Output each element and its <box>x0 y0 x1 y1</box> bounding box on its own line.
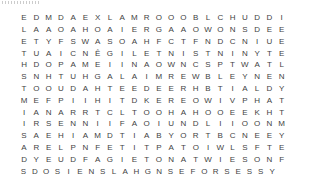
letter-cell[interactable]: O <box>177 12 189 24</box>
letter-cell[interactable]: L <box>275 60 287 72</box>
letter-cell[interactable]: A <box>42 48 54 60</box>
letter-cell[interactable]: O <box>251 154 263 166</box>
letter-cell[interactable]: O <box>153 107 165 119</box>
letter-cell[interactable]: I <box>153 119 165 131</box>
letter-cell[interactable]: O <box>190 24 202 36</box>
letter-cell[interactable]: Y <box>275 130 287 142</box>
letter-cell[interactable]: T <box>190 154 202 166</box>
letter-cell[interactable]: R <box>30 142 42 154</box>
letter-cell[interactable]: E <box>153 83 165 95</box>
letter-cell[interactable]: N <box>42 107 54 119</box>
letter-cell[interactable]: E <box>177 95 189 107</box>
letter-cell[interactable]: S <box>239 24 251 36</box>
letter-cell[interactable]: T <box>263 48 275 60</box>
letter-cell[interactable]: A <box>30 24 42 36</box>
letter-cell[interactable]: H <box>263 107 275 119</box>
letter-cell[interactable]: N <box>79 142 91 154</box>
letter-cell[interactable]: E <box>42 130 54 142</box>
letter-cell[interactable]: H <box>79 24 91 36</box>
letter-cell[interactable]: A <box>91 154 103 166</box>
letter-cell[interactable]: O <box>153 12 165 24</box>
letter-cell[interactable]: T <box>30 36 42 48</box>
letter-cell[interactable]: S <box>165 166 176 175</box>
letter-cell[interactable]: I <box>214 119 226 131</box>
letter-cell[interactable]: E <box>226 71 238 83</box>
letter-cell[interactable]: H <box>91 95 103 107</box>
letter-cell[interactable]: H <box>190 107 202 119</box>
letter-cell[interactable]: U <box>55 83 67 95</box>
letter-cell[interactable]: N <box>30 71 42 83</box>
letter-cell[interactable]: U <box>67 71 79 83</box>
letter-cell[interactable]: W <box>79 36 91 48</box>
letter-cell[interactable]: E <box>239 107 251 119</box>
letter-cell[interactable]: R <box>190 130 202 142</box>
letter-cell[interactable]: O <box>214 24 226 36</box>
letter-cell[interactable]: W <box>202 95 214 107</box>
letter-cell[interactable]: I <box>226 83 238 95</box>
letter-cell[interactable]: G <box>142 166 153 175</box>
letter-cell[interactable]: E <box>275 24 287 36</box>
letter-cell[interactable]: O <box>199 166 210 175</box>
letter-cell[interactable]: C <box>190 60 202 72</box>
letter-cell[interactable]: L <box>202 119 214 131</box>
letter-cell[interactable]: O <box>116 36 128 48</box>
letter-cell[interactable]: A <box>104 71 116 83</box>
letter-cell[interactable]: O <box>42 60 54 72</box>
letter-cell[interactable]: N <box>275 71 287 83</box>
letter-cell[interactable]: E <box>176 166 187 175</box>
letter-cell[interactable]: E <box>128 154 140 166</box>
letter-cell[interactable]: U <box>165 119 177 131</box>
letter-cell[interactable]: D <box>128 95 140 107</box>
letter-cell[interactable]: S <box>18 166 29 175</box>
letter-cell[interactable]: S <box>221 166 232 175</box>
letter-cell[interactable]: V <box>226 95 238 107</box>
letter-cell[interactable]: A <box>30 130 42 142</box>
letter-cell[interactable]: R <box>30 119 42 131</box>
letter-cell[interactable]: H <box>131 166 142 175</box>
letter-cell[interactable]: E <box>275 48 287 60</box>
letter-cell[interactable]: O <box>214 107 226 119</box>
letter-cell[interactable]: A <box>116 12 128 24</box>
letter-cell[interactable]: Y <box>165 130 177 142</box>
letter-cell[interactable]: T <box>226 60 238 72</box>
letter-cell[interactable]: E <box>251 130 263 142</box>
letter-cell[interactable]: S <box>67 36 79 48</box>
letter-cell[interactable]: I <box>91 119 103 131</box>
letter-cell[interactable]: B <box>202 71 214 83</box>
letter-cell[interactable]: T <box>141 142 153 154</box>
letter-cell[interactable]: H <box>165 107 177 119</box>
letter-cell[interactable]: O <box>202 107 214 119</box>
letter-cell[interactable]: W <box>165 60 177 72</box>
letter-cell[interactable]: A <box>67 24 79 36</box>
letter-cell[interactable]: A <box>165 142 177 154</box>
letter-cell[interactable]: I <box>275 12 287 24</box>
letter-cell[interactable]: O <box>30 83 42 95</box>
letter-cell[interactable]: Y <box>30 154 42 166</box>
letter-cell[interactable]: I <box>128 142 140 154</box>
letter-cell[interactable]: I <box>18 119 30 131</box>
letter-cell[interactable]: O <box>91 24 103 36</box>
letter-cell[interactable]: N <box>165 48 177 60</box>
letter-cell[interactable]: M <box>18 95 30 107</box>
letter-cell[interactable]: N <box>67 119 79 131</box>
letter-cell[interactable]: I <box>251 36 263 48</box>
letter-cell[interactable]: T <box>141 154 153 166</box>
letter-cell[interactable]: L <box>108 166 119 175</box>
letter-cell[interactable]: N <box>214 48 226 60</box>
letter-cell[interactable]: L <box>214 71 226 83</box>
letter-cell[interactable]: C <box>214 12 226 24</box>
letter-cell[interactable]: U <box>55 154 67 166</box>
letter-cell[interactable]: E <box>141 48 153 60</box>
letter-cell[interactable]: D <box>251 12 263 24</box>
letter-cell[interactable]: H <box>190 83 202 95</box>
letter-cell[interactable]: T <box>18 83 30 95</box>
letter-cell[interactable]: A <box>120 166 131 175</box>
letter-cell[interactable]: K <box>141 95 153 107</box>
letter-cell[interactable]: E <box>104 142 116 154</box>
letter-cell[interactable]: H <box>18 60 30 72</box>
letter-cell[interactable]: E <box>263 71 275 83</box>
letter-cell[interactable]: P <box>153 142 165 154</box>
letter-cell[interactable]: Y <box>266 166 277 175</box>
letter-cell[interactable]: D <box>18 154 30 166</box>
letter-cell[interactable]: U <box>239 12 251 24</box>
letter-cell[interactable]: D <box>30 60 42 72</box>
letter-cell[interactable]: S <box>18 71 30 83</box>
letter-cell[interactable]: A <box>177 154 189 166</box>
letter-cell[interactable]: B <box>202 83 214 95</box>
letter-cell[interactable]: O <box>55 24 67 36</box>
letter-cell[interactable]: H <box>79 71 91 83</box>
letter-cell[interactable]: E <box>18 36 30 48</box>
letter-cell[interactable]: S <box>244 166 255 175</box>
letter-cell[interactable]: E <box>42 142 54 154</box>
letter-cell[interactable]: R <box>141 24 153 36</box>
letter-cell[interactable]: F <box>153 36 165 48</box>
letter-cell[interactable]: D <box>67 154 79 166</box>
letter-cell[interactable]: D <box>251 24 263 36</box>
letter-cell[interactable]: N <box>153 166 164 175</box>
letter-cell[interactable]: O <box>239 119 251 131</box>
letter-cell[interactable]: I <box>116 48 128 60</box>
letter-cell[interactable]: G <box>153 24 165 36</box>
letter-cell[interactable]: M <box>42 12 54 24</box>
letter-cell[interactable]: N <box>239 48 251 60</box>
letter-cell[interactable]: I <box>226 48 238 60</box>
letter-cell[interactable]: G <box>91 71 103 83</box>
letter-cell[interactable]: T <box>55 71 67 83</box>
letter-cell[interactable]: D <box>67 83 79 95</box>
letter-cell[interactable]: T <box>214 83 226 95</box>
letter-cell[interactable]: Ê <box>91 48 103 60</box>
letter-cell[interactable]: S <box>52 166 63 175</box>
letter-cell[interactable]: G <box>104 154 116 166</box>
letter-cell[interactable]: I <box>214 154 226 166</box>
letter-cell[interactable]: D <box>214 36 226 48</box>
letter-cell[interactable]: L <box>251 83 263 95</box>
letter-cell[interactable]: B <box>190 12 202 24</box>
letter-cell[interactable]: B <box>153 130 165 142</box>
letter-cell[interactable]: D <box>263 83 275 95</box>
letter-cell[interactable]: A <box>141 60 153 72</box>
letter-cell[interactable]: D <box>55 12 67 24</box>
letter-cell[interactable]: A <box>55 107 67 119</box>
letter-cell[interactable]: I <box>79 95 91 107</box>
letter-cell[interactable]: E <box>153 95 165 107</box>
letter-cell[interactable]: N <box>226 24 238 36</box>
letter-cell[interactable]: E <box>18 12 30 24</box>
letter-cell[interactable]: I <box>177 48 189 60</box>
letter-cell[interactable]: A <box>67 12 79 24</box>
letter-cell[interactable]: E <box>128 24 140 36</box>
letter-cell[interactable]: T <box>116 130 128 142</box>
letter-cell[interactable]: A <box>177 107 189 119</box>
letter-cell[interactable]: N <box>177 60 189 72</box>
letter-cell[interactable]: C <box>104 107 116 119</box>
letter-cell[interactable]: W <box>202 154 214 166</box>
letter-cell[interactable]: F <box>55 36 67 48</box>
letter-cell[interactable]: S <box>255 166 266 175</box>
letter-cell[interactable]: F <box>79 154 91 166</box>
letter-cell[interactable]: E <box>226 107 238 119</box>
letter-cell[interactable]: I <box>104 60 116 72</box>
letter-cell[interactable]: F <box>116 119 128 131</box>
letter-cell[interactable]: N <box>128 60 140 72</box>
letter-cell[interactable]: E <box>55 119 67 131</box>
letter-cell[interactable]: I <box>55 48 67 60</box>
letter-cell[interactable]: L <box>116 71 128 83</box>
letter-cell[interactable]: O <box>190 95 202 107</box>
letter-cell[interactable]: U <box>30 48 42 60</box>
letter-cell[interactable]: F <box>275 154 287 166</box>
letter-cell[interactable]: N <box>202 36 214 48</box>
letter-cell[interactable]: E <box>79 12 91 24</box>
letter-cell[interactable]: F <box>190 36 202 48</box>
letter-cell[interactable]: A <box>79 130 91 142</box>
letter-cell[interactable]: O <box>165 12 177 24</box>
letter-cell[interactable]: F <box>251 142 263 154</box>
letter-cell[interactable]: C <box>165 36 177 48</box>
letter-cell[interactable]: W <box>239 60 251 72</box>
letter-cell[interactable]: E <box>177 71 189 83</box>
letter-cell[interactable]: D <box>29 166 40 175</box>
letter-cell[interactable]: S <box>18 130 30 142</box>
letter-cell[interactable]: A <box>67 60 79 72</box>
letter-cell[interactable]: O <box>177 130 189 142</box>
letter-cell[interactable]: F <box>187 166 198 175</box>
letter-cell[interactable]: H <box>141 36 153 48</box>
letter-cell[interactable]: A <box>30 107 42 119</box>
letter-cell[interactable]: C <box>67 48 79 60</box>
letter-cell[interactable]: O <box>42 83 54 95</box>
letter-cell[interactable]: A <box>165 24 177 36</box>
letter-cell[interactable]: I <box>141 71 153 83</box>
letter-cell[interactable]: T <box>153 48 165 60</box>
letter-cell[interactable]: Y <box>239 71 251 83</box>
letter-cell[interactable]: A <box>91 36 103 48</box>
letter-cell[interactable]: D <box>104 130 116 142</box>
letter-cell[interactable]: A <box>177 24 189 36</box>
letter-cell[interactable]: M <box>128 12 140 24</box>
letter-cell[interactable]: L <box>202 12 214 24</box>
letter-cell[interactable]: I <box>226 119 238 131</box>
letter-cell[interactable]: A <box>239 83 251 95</box>
letter-cell[interactable]: S <box>239 142 251 154</box>
letter-cell[interactable]: N <box>239 130 251 142</box>
letter-cell[interactable]: M <box>275 119 287 131</box>
letter-cell[interactable]: R <box>210 166 221 175</box>
letter-cell[interactable]: E <box>233 166 244 175</box>
letter-cell[interactable]: T <box>177 142 189 154</box>
letter-cell[interactable]: O <box>141 107 153 119</box>
letter-cell[interactable]: R <box>165 95 177 107</box>
letter-cell[interactable]: R <box>67 107 79 119</box>
letter-cell[interactable]: C <box>226 36 238 48</box>
letter-cell[interactable]: T <box>128 107 140 119</box>
letter-cell[interactable]: R <box>141 12 153 24</box>
letter-cell[interactable]: O <box>190 142 202 154</box>
letter-cell[interactable]: A <box>18 142 30 154</box>
letter-cell[interactable]: W <box>214 142 226 154</box>
letter-cell[interactable]: S <box>190 48 202 60</box>
letter-cell[interactable]: T <box>275 95 287 107</box>
letter-cell[interactable]: T <box>116 95 128 107</box>
letter-cell[interactable]: I <box>104 119 116 131</box>
letter-cell[interactable]: Y <box>275 83 287 95</box>
letter-cell[interactable]: N <box>263 119 275 131</box>
letter-cell[interactable]: C <box>226 130 238 142</box>
letter-cell[interactable]: T <box>116 142 128 154</box>
letter-cell[interactable]: S <box>104 36 116 48</box>
letter-cell[interactable]: S <box>97 166 108 175</box>
letter-cell[interactable]: P <box>67 142 79 154</box>
letter-cell[interactable]: L <box>55 142 67 154</box>
letter-cell[interactable]: Y <box>251 48 263 60</box>
letter-cell[interactable]: E <box>165 83 177 95</box>
letter-cell[interactable]: I <box>116 154 128 166</box>
letter-cell[interactable]: T <box>263 142 275 154</box>
letter-cell[interactable]: L <box>104 12 116 24</box>
letter-cell[interactable]: M <box>153 71 165 83</box>
letter-cell[interactable]: B <box>214 130 226 142</box>
letter-cell[interactable]: O <box>153 60 165 72</box>
letter-cell[interactable]: E <box>30 95 42 107</box>
letter-cell[interactable]: O <box>153 154 165 166</box>
letter-cell[interactable]: U <box>263 36 275 48</box>
letter-cell[interactable]: A <box>128 36 140 48</box>
letter-cell[interactable]: H <box>42 71 54 83</box>
letter-cell[interactable]: M <box>79 60 91 72</box>
letter-cell[interactable]: D <box>141 83 153 95</box>
letter-cell[interactable]: R <box>79 107 91 119</box>
letter-cell[interactable]: T <box>177 36 189 48</box>
letter-cell[interactable]: F <box>42 95 54 107</box>
letter-cell[interactable]: P <box>55 95 67 107</box>
letter-cell[interactable]: N <box>239 36 251 48</box>
letter-cell[interactable]: W <box>202 24 214 36</box>
letter-cell[interactable]: N <box>165 154 177 166</box>
letter-cell[interactable]: E <box>116 83 128 95</box>
letter-cell[interactable]: A <box>141 130 153 142</box>
letter-cell[interactable]: A <box>263 95 275 107</box>
letter-cell[interactable]: F <box>91 142 103 154</box>
letter-cell[interactable]: Y <box>42 36 54 48</box>
letter-cell[interactable]: E <box>91 60 103 72</box>
letter-cell[interactable]: M <box>91 130 103 142</box>
letter-cell[interactable]: N <box>79 119 91 131</box>
letter-cell[interactable]: I <box>67 95 79 107</box>
letter-cell[interactable]: S <box>239 154 251 166</box>
letter-cell[interactable]: L <box>18 24 30 36</box>
letter-cell[interactable]: O <box>40 166 51 175</box>
letter-cell[interactable]: I <box>18 107 30 119</box>
letter-cell[interactable]: P <box>214 60 226 72</box>
letter-cell[interactable]: I <box>116 24 128 36</box>
letter-cell[interactable]: K <box>251 107 263 119</box>
letter-cell[interactable]: I <box>104 95 116 107</box>
letter-cell[interactable]: T <box>202 48 214 60</box>
letter-cell[interactable]: I <box>116 60 128 72</box>
letter-cell[interactable]: A <box>128 71 140 83</box>
letter-cell[interactable]: D <box>30 12 42 24</box>
letter-cell[interactable]: L <box>116 107 128 119</box>
letter-cell[interactable]: P <box>55 60 67 72</box>
letter-cell[interactable]: I <box>128 130 140 142</box>
letter-cell[interactable]: O <box>141 119 153 131</box>
letter-cell[interactable]: H <box>55 130 67 142</box>
letter-cell[interactable]: T <box>263 60 275 72</box>
letter-cell[interactable]: A <box>251 60 263 72</box>
letter-cell[interactable]: E <box>275 142 287 154</box>
letter-cell[interactable]: E <box>74 166 85 175</box>
letter-cell[interactable]: I <box>67 130 79 142</box>
letter-cell[interactable]: P <box>239 95 251 107</box>
letter-cell[interactable]: A <box>79 83 91 95</box>
letter-cell[interactable]: H <box>251 95 263 107</box>
letter-cell[interactable]: N <box>79 48 91 60</box>
letter-cell[interactable]: T <box>275 107 287 119</box>
letter-cell[interactable]: H <box>91 83 103 95</box>
letter-cell[interactable]: N <box>86 166 97 175</box>
letter-cell[interactable]: T <box>18 48 30 60</box>
letter-cell[interactable]: I <box>202 142 214 154</box>
letter-cell[interactable]: E <box>226 154 238 166</box>
letter-cell[interactable]: G <box>104 48 116 60</box>
letter-cell[interactable]: L <box>226 142 238 154</box>
letter-cell[interactable]: A <box>104 24 116 36</box>
letter-cell[interactable]: E <box>42 154 54 166</box>
letter-cell[interactable]: H <box>226 12 238 24</box>
letter-cell[interactable]: T <box>202 130 214 142</box>
letter-cell[interactable]: D <box>263 12 275 24</box>
letter-cell[interactable]: W <box>190 71 202 83</box>
letter-cell[interactable]: L <box>128 48 140 60</box>
letter-cell[interactable]: O <box>251 119 263 131</box>
letter-cell[interactable]: X <box>91 12 103 24</box>
letter-cell[interactable]: A <box>42 24 54 36</box>
letter-cell[interactable]: I <box>63 166 74 175</box>
letter-cell[interactable]: R <box>177 83 189 95</box>
letter-cell[interactable]: A <box>128 119 140 131</box>
letter-cell[interactable]: S <box>42 119 54 131</box>
letter-cell[interactable]: E <box>275 36 287 48</box>
letter-cell[interactable]: T <box>91 107 103 119</box>
letter-cell[interactable]: T <box>104 83 116 95</box>
letter-cell[interactable]: S <box>202 60 214 72</box>
